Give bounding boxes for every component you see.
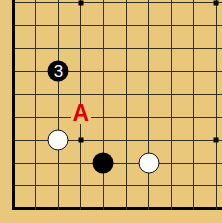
intersection-k3[interactable] [205, 152, 222, 175]
intersection-h10[interactable] [160, 0, 183, 14]
grid-line-vertical [58, 83, 59, 106]
intersection-a8[interactable] [2, 37, 25, 60]
grid-line-vertical [193, 129, 194, 152]
board-edge-line-left [12, 152, 15, 175]
intersection-e1[interactable] [92, 197, 115, 220]
grid-line-vertical [193, 174, 194, 197]
intersection-f10[interactable] [115, 0, 138, 14]
intersection-c5[interactable] [47, 106, 70, 129]
intersection-h7[interactable] [160, 60, 183, 83]
intersection-f8[interactable] [115, 37, 138, 60]
intersection-a5[interactable] [2, 106, 25, 129]
intersection-g2[interactable] [137, 174, 160, 197]
grid-line-vertical [193, 106, 194, 129]
intersection-e8[interactable] [92, 37, 115, 60]
intersection-k6[interactable] [205, 83, 222, 106]
intersection-b4[interactable] [25, 129, 48, 152]
grid-line-horizontal [205, 185, 222, 186]
grid-line-vertical [171, 37, 172, 60]
grid-line-vertical [193, 152, 194, 175]
grid-line-vertical [103, 0, 104, 14]
intersection-c6[interactable] [47, 83, 70, 106]
intersection-b8[interactable] [25, 37, 48, 60]
grid-line-vertical [80, 60, 81, 83]
intersection-f1[interactable] [115, 197, 138, 220]
intersection-c4[interactable] [47, 129, 70, 152]
grid-line-vertical [171, 152, 172, 175]
board-edge-line-left [12, 174, 15, 197]
intersection-j7[interactable] [182, 60, 205, 83]
grid-line-horizontal [205, 71, 222, 72]
intersection-d9[interactable] [70, 14, 93, 37]
grid-line-horizontal [205, 94, 222, 95]
grid-line-vertical [58, 14, 59, 37]
grid-line-vertical [193, 197, 194, 210]
intersection-k7[interactable] [205, 60, 222, 83]
intersection-e2[interactable] [92, 174, 115, 197]
grid-line-vertical [103, 14, 104, 37]
intersection-j2[interactable] [182, 174, 205, 197]
grid-line-vertical [193, 37, 194, 60]
intersection-a7[interactable] [2, 60, 25, 83]
intersection-j5[interactable] [182, 106, 205, 129]
grid-line-vertical [216, 83, 217, 106]
intersection-f3[interactable] [115, 152, 138, 175]
intersection-a4[interactable] [2, 129, 25, 152]
intersection-k1[interactable] [205, 197, 222, 220]
grid-line-horizontal [205, 117, 222, 118]
grid-line-vertical [35, 152, 36, 175]
intersection-d2[interactable] [70, 174, 93, 197]
intersection-g1[interactable] [137, 197, 160, 220]
grid-line-vertical [148, 106, 149, 129]
intersection-e6[interactable] [92, 83, 115, 106]
grid-line-vertical [171, 106, 172, 129]
grid-line-vertical [126, 83, 127, 106]
intersection-k8[interactable] [205, 37, 222, 60]
grid-line-vertical [103, 197, 104, 210]
grid-line-vertical [35, 60, 36, 83]
grid-line-vertical [103, 129, 104, 152]
grid-line-vertical [126, 0, 127, 14]
grid-line-horizontal [205, 25, 222, 26]
grid-line-vertical [216, 60, 217, 83]
star-point-k4 [214, 138, 219, 143]
grid-line-horizontal [205, 163, 222, 164]
intersection-j3[interactable] [182, 152, 205, 175]
intersection-h1[interactable] [160, 197, 183, 220]
point-label-a: A [73, 102, 90, 125]
grid-line-vertical [58, 197, 59, 210]
grid-line-vertical [126, 129, 127, 152]
intersection-h5[interactable] [160, 106, 183, 129]
grid-line-vertical [35, 37, 36, 60]
grid-line-vertical [35, 14, 36, 37]
intersection-d3[interactable] [70, 152, 93, 175]
grid-line-vertical [103, 106, 104, 129]
intersection-g7[interactable] [137, 60, 160, 83]
board-edge-line-bottom [205, 207, 222, 210]
grid-line-vertical [193, 60, 194, 83]
intersection-g4[interactable] [137, 129, 160, 152]
grid-line-vertical [35, 197, 36, 210]
board-edge-line-left [12, 129, 15, 152]
grid-line-vertical [58, 37, 59, 60]
grid-line-vertical [148, 197, 149, 210]
board-edge-line-left [12, 60, 15, 83]
grid-line-vertical [126, 60, 127, 83]
intersection-f7[interactable] [115, 60, 138, 83]
grid-line-vertical [103, 60, 104, 83]
intersection-g10[interactable] [137, 0, 160, 14]
black-stone-e3 [93, 153, 114, 174]
intersection-a2[interactable] [2, 174, 25, 197]
grid-line-vertical [171, 174, 172, 197]
grid-line-vertical [171, 60, 172, 83]
intersection-k5[interactable] [205, 106, 222, 129]
intersection-f2[interactable] [115, 174, 138, 197]
intersection-k10[interactable] [205, 0, 222, 14]
intersection-e4[interactable] [92, 129, 115, 152]
intersection-a10[interactable] [2, 0, 25, 14]
grid-line-vertical [171, 129, 172, 152]
grid-line-vertical [216, 174, 217, 197]
intersection-e7[interactable] [92, 60, 115, 83]
grid-line-vertical [148, 37, 149, 60]
intersection-k2[interactable] [205, 174, 222, 197]
intersection-f4[interactable] [115, 129, 138, 152]
grid-line-vertical [148, 60, 149, 83]
grid-line-vertical [193, 14, 194, 37]
grid-line-vertical [103, 83, 104, 106]
intersection-d5[interactable]: A [70, 106, 93, 129]
intersection-c3[interactable] [47, 152, 70, 175]
board-edge-line-left [12, 106, 15, 129]
white-stone-c4 [48, 130, 69, 151]
intersection-a1[interactable] [2, 197, 25, 220]
grid-line-vertical [171, 83, 172, 106]
grid-line-vertical [216, 106, 217, 129]
grid-line-vertical [80, 152, 81, 175]
intersection-c1[interactable] [47, 197, 70, 220]
intersection-c8[interactable] [47, 37, 70, 60]
grid-line-vertical [80, 14, 81, 37]
intersection-d7[interactable] [70, 60, 93, 83]
grid-line-vertical [126, 14, 127, 37]
intersection-j4[interactable] [182, 129, 205, 152]
grid-line-vertical [58, 174, 59, 197]
intersection-b2[interactable] [25, 174, 48, 197]
grid-line-vertical [35, 0, 36, 14]
intersection-j8[interactable] [182, 37, 205, 60]
intersection-g3[interactable] [137, 152, 160, 175]
black-stone-c7: 3 [48, 61, 69, 82]
intersection-f9[interactable] [115, 14, 138, 37]
board-edge-line-left [12, 37, 15, 60]
grid-line-vertical [103, 174, 104, 197]
grid-line-vertical [148, 129, 149, 152]
grid-line-vertical [35, 106, 36, 129]
intersection-d8[interactable] [70, 37, 93, 60]
intersection-g9[interactable] [137, 14, 160, 37]
grid-line-vertical [216, 197, 217, 210]
intersection-c9[interactable] [47, 14, 70, 37]
intersection-h2[interactable] [160, 174, 183, 197]
intersection-b6[interactable] [25, 83, 48, 106]
grid-line-vertical [126, 197, 127, 210]
grid-line-vertical [58, 106, 59, 129]
grid-line-vertical [193, 83, 194, 106]
board-edge-line-left [12, 197, 15, 210]
intersection-h6[interactable] [160, 83, 183, 106]
grid-line-vertical [58, 152, 59, 175]
intersection-c2[interactable] [47, 174, 70, 197]
intersection-c7[interactable]: 3 [47, 60, 70, 83]
grid-line-vertical [171, 0, 172, 14]
grid-line-vertical [216, 152, 217, 175]
go-board-diagram: 3A [0, 0, 222, 223]
grid-line-vertical [35, 129, 36, 152]
grid-line-horizontal [205, 48, 222, 49]
intersection-e3[interactable] [92, 152, 115, 175]
grid-line-vertical [148, 174, 149, 197]
intersection-a9[interactable] [2, 14, 25, 37]
grid-line-vertical [193, 0, 194, 14]
intersection-e9[interactable] [92, 14, 115, 37]
intersection-e5[interactable] [92, 106, 115, 129]
intersection-c10[interactable] [47, 0, 70, 14]
intersection-h3[interactable] [160, 152, 183, 175]
board-edge-line-left [12, 83, 15, 106]
grid-line-vertical [103, 37, 104, 60]
board-edge-line-left [12, 14, 15, 37]
grid-line-vertical [80, 174, 81, 197]
star-point-d4 [78, 138, 83, 143]
white-stone-g3 [138, 153, 159, 174]
grid-line-vertical [171, 14, 172, 37]
intersection-e10[interactable] [92, 0, 115, 14]
grid-line-vertical [148, 0, 149, 14]
intersection-k4[interactable] [205, 129, 222, 152]
grid-line-vertical [58, 0, 59, 14]
intersection-f6[interactable] [115, 83, 138, 106]
grid-line-vertical [35, 83, 36, 106]
intersection-b7[interactable] [25, 60, 48, 83]
intersection-h4[interactable] [160, 129, 183, 152]
intersection-d4[interactable] [70, 129, 93, 152]
grid-line-vertical [148, 83, 149, 106]
intersection-h9[interactable] [160, 14, 183, 37]
grid-line-vertical [216, 14, 217, 37]
intersection-a3[interactable] [2, 152, 25, 175]
intersection-j6[interactable] [182, 83, 205, 106]
intersection-b3[interactable] [25, 152, 48, 175]
intersection-g8[interactable] [137, 37, 160, 60]
stone-move-number: 3 [54, 62, 63, 80]
grid-line-vertical [148, 14, 149, 37]
intersection-a6[interactable] [2, 83, 25, 106]
intersection-b9[interactable] [25, 14, 48, 37]
intersection-j10[interactable] [182, 0, 205, 14]
intersection-b10[interactable] [25, 0, 48, 14]
intersection-h8[interactable] [160, 37, 183, 60]
grid-line-vertical [126, 106, 127, 129]
star-point-d10 [78, 0, 83, 5]
grid-line-vertical [126, 174, 127, 197]
intersection-b5[interactable] [25, 106, 48, 129]
intersection-g6[interactable] [137, 83, 160, 106]
grid-line-vertical [80, 197, 81, 210]
intersection-b1[interactable] [25, 197, 48, 220]
intersection-d1[interactable] [70, 197, 93, 220]
intersection-d10[interactable] [70, 0, 93, 14]
grid-line-vertical [35, 174, 36, 197]
intersection-j1[interactable] [182, 197, 205, 220]
grid-line-vertical [216, 37, 217, 60]
go-board-grid: 3A [2, 0, 222, 220]
intersection-g5[interactable] [137, 106, 160, 129]
grid-line-vertical [126, 152, 127, 175]
grid-line-vertical [80, 37, 81, 60]
grid-line-vertical [171, 197, 172, 210]
intersection-f5[interactable] [115, 106, 138, 129]
board-edge-line-left [12, 0, 15, 14]
star-point-k10 [214, 0, 219, 5]
grid-line-vertical [126, 37, 127, 60]
intersection-k9[interactable] [205, 14, 222, 37]
intersection-j9[interactable] [182, 14, 205, 37]
